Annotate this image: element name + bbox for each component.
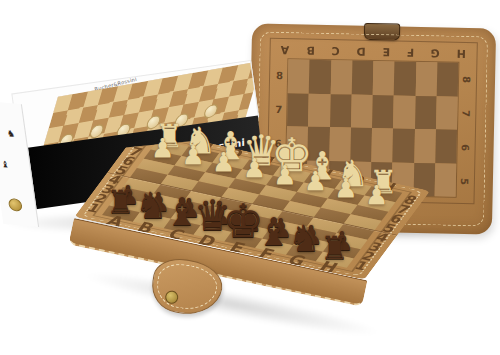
case-square — [372, 95, 394, 129]
case-square — [330, 60, 352, 94]
case-square — [435, 129, 457, 163]
case-square — [351, 94, 373, 128]
case-square — [415, 62, 437, 96]
case-square — [415, 95, 437, 129]
knight-silhouette-icon: ♞ — [6, 128, 16, 139]
case-square — [308, 127, 330, 161]
rank-label-left-1: 1 — [84, 201, 104, 216]
case-file-label-b: B — [306, 43, 315, 56]
case-rank-label-7: 7 — [460, 109, 471, 116]
case-square — [287, 93, 309, 127]
snap-tab — [148, 255, 226, 319]
case-square — [288, 59, 310, 93]
case-rank-label-6: 6 — [460, 143, 471, 150]
case-rank-labels-right: 8765 — [457, 62, 475, 198]
case-square — [351, 61, 373, 95]
case-file-label-a: A — [281, 43, 290, 56]
case-square — [393, 95, 415, 129]
product-photo-scene: ABCDEFGH 8765 8765 Bucher&Rossini Bucher… — [0, 0, 500, 355]
bishop-silhouette-icon: ♝ — [0, 159, 10, 170]
case-square — [286, 126, 308, 160]
gold-badge — [8, 198, 23, 212]
case-rank-label-6: 6 — [275, 137, 282, 148]
case-rank-label-5: 5 — [459, 177, 470, 184]
case-square — [308, 93, 330, 127]
case-file-label-c: C — [331, 44, 339, 57]
case-square — [350, 128, 372, 162]
case-rank-label-8: 8 — [461, 75, 472, 82]
case-square — [329, 127, 351, 161]
case-square — [394, 61, 416, 95]
case-square — [436, 62, 458, 96]
rank-label-right-1: 1 — [352, 258, 372, 273]
case-file-label-g: G — [431, 46, 440, 59]
case-file-label-h: H — [457, 46, 466, 59]
case-square — [309, 60, 331, 94]
case-square — [371, 128, 393, 162]
case-rank-label-7: 7 — [275, 103, 282, 114]
case-file-label-f: F — [407, 45, 415, 58]
case-file-label-e: E — [382, 45, 390, 58]
case-square — [393, 128, 415, 162]
case-square — [434, 163, 456, 197]
case-square — [330, 94, 352, 128]
case-square — [436, 96, 458, 130]
case-square — [373, 61, 395, 95]
case-square — [414, 129, 436, 163]
case-rank-label-8: 8 — [276, 69, 283, 80]
case-file-label-d: D — [356, 44, 365, 57]
